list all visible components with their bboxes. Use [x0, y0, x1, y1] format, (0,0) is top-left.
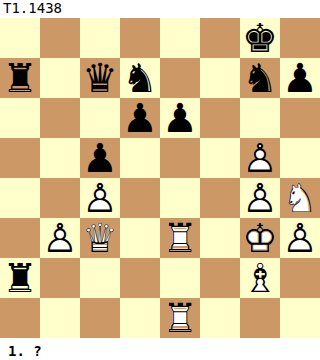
- square-b6[interactable]: [40, 98, 80, 138]
- square-b2[interactable]: [40, 258, 80, 298]
- white-piece-outline-glyph: ♙: [40, 218, 80, 258]
- black-piece-glyph: ♟: [120, 98, 160, 138]
- piece-black-pawn[interactable]: ♟: [160, 98, 200, 138]
- piece-white-rook[interactable]: ♜♖: [160, 298, 200, 338]
- square-a6[interactable]: [0, 98, 40, 138]
- white-piece-outline-glyph: ♙: [280, 218, 320, 258]
- square-c7[interactable]: ♛: [80, 58, 120, 98]
- square-h8[interactable]: [280, 18, 320, 58]
- square-f2[interactable]: [200, 258, 240, 298]
- square-d8[interactable]: [120, 18, 160, 58]
- black-piece-glyph: ♚: [240, 18, 280, 58]
- square-g3[interactable]: ♚♔: [240, 218, 280, 258]
- square-h4[interactable]: ♞♘: [280, 178, 320, 218]
- square-c5[interactable]: ♟: [80, 138, 120, 178]
- square-d2[interactable]: [120, 258, 160, 298]
- square-c1[interactable]: [80, 298, 120, 338]
- square-g8[interactable]: ♚: [240, 18, 280, 58]
- white-piece-outline-glyph: ♙: [80, 178, 120, 218]
- square-d5[interactable]: [120, 138, 160, 178]
- white-piece-outline-glyph: ♘: [280, 178, 320, 218]
- piece-black-pawn[interactable]: ♟: [80, 138, 120, 178]
- square-h7[interactable]: ♟: [280, 58, 320, 98]
- move-prompt: 1. ?: [0, 338, 320, 360]
- piece-black-queen[interactable]: ♛: [80, 58, 120, 98]
- square-a5[interactable]: [0, 138, 40, 178]
- piece-white-king[interactable]: ♚♔: [240, 218, 280, 258]
- square-a4[interactable]: [0, 178, 40, 218]
- square-g6[interactable]: [240, 98, 280, 138]
- square-d1[interactable]: [120, 298, 160, 338]
- square-g2[interactable]: ♝♗: [240, 258, 280, 298]
- square-f4[interactable]: [200, 178, 240, 218]
- square-h3[interactable]: ♟♙: [280, 218, 320, 258]
- square-f1[interactable]: [200, 298, 240, 338]
- white-piece-outline-glyph: ♙: [240, 178, 280, 218]
- piece-white-queen[interactable]: ♛♕: [80, 218, 120, 258]
- black-piece-glyph: ♞: [240, 58, 280, 98]
- square-e1[interactable]: ♜♖: [160, 298, 200, 338]
- square-f6[interactable]: [200, 98, 240, 138]
- piece-white-bishop[interactable]: ♝♗: [240, 258, 280, 298]
- square-e7[interactable]: [160, 58, 200, 98]
- square-g4[interactable]: ♟♙: [240, 178, 280, 218]
- square-d3[interactable]: [120, 218, 160, 258]
- square-c2[interactable]: [80, 258, 120, 298]
- piece-black-knight[interactable]: ♞: [240, 58, 280, 98]
- piece-white-rook[interactable]: ♜♖: [160, 218, 200, 258]
- square-h5[interactable]: [280, 138, 320, 178]
- piece-white-pawn[interactable]: ♟♙: [280, 218, 320, 258]
- square-b1[interactable]: [40, 298, 80, 338]
- square-e4[interactable]: [160, 178, 200, 218]
- square-a1[interactable]: [0, 298, 40, 338]
- square-b4[interactable]: [40, 178, 80, 218]
- square-b8[interactable]: [40, 18, 80, 58]
- square-c4[interactable]: ♟♙: [80, 178, 120, 218]
- square-h1[interactable]: [280, 298, 320, 338]
- white-piece-outline-glyph: ♖: [160, 298, 200, 338]
- square-b5[interactable]: [40, 138, 80, 178]
- square-f3[interactable]: [200, 218, 240, 258]
- square-b3[interactable]: ♟♙: [40, 218, 80, 258]
- square-e3[interactable]: ♜♖: [160, 218, 200, 258]
- square-g1[interactable]: [240, 298, 280, 338]
- piece-black-knight[interactable]: ♞: [120, 58, 160, 98]
- square-c8[interactable]: [80, 18, 120, 58]
- square-d7[interactable]: ♞: [120, 58, 160, 98]
- square-e8[interactable]: [160, 18, 200, 58]
- square-f5[interactable]: [200, 138, 240, 178]
- black-piece-glyph: ♛: [80, 58, 120, 98]
- chess-board: ♚♜♛♞♞♟♟♟♟♟♙♟♙♟♙♞♘♟♙♛♕♜♖♚♔♟♙♜♝♗♜♖: [0, 18, 320, 338]
- piece-black-rook[interactable]: ♜: [0, 58, 40, 98]
- black-piece-glyph: ♜: [0, 258, 40, 298]
- square-f7[interactable]: [200, 58, 240, 98]
- piece-black-pawn[interactable]: ♟: [120, 98, 160, 138]
- square-a8[interactable]: [0, 18, 40, 58]
- square-e2[interactable]: [160, 258, 200, 298]
- black-piece-glyph: ♞: [120, 58, 160, 98]
- black-piece-glyph: ♟: [280, 58, 320, 98]
- square-a3[interactable]: [0, 218, 40, 258]
- white-piece-outline-glyph: ♙: [240, 138, 280, 178]
- white-piece-outline-glyph: ♕: [80, 218, 120, 258]
- piece-white-knight[interactable]: ♞♘: [280, 178, 320, 218]
- square-g5[interactable]: ♟♙: [240, 138, 280, 178]
- white-piece-outline-glyph: ♔: [240, 218, 280, 258]
- piece-black-pawn[interactable]: ♟: [280, 58, 320, 98]
- piece-white-pawn[interactable]: ♟♙: [40, 218, 80, 258]
- square-c6[interactable]: [80, 98, 120, 138]
- square-d4[interactable]: [120, 178, 160, 218]
- square-a7[interactable]: ♜: [0, 58, 40, 98]
- square-c3[interactable]: ♛♕: [80, 218, 120, 258]
- white-piece-outline-glyph: ♗: [240, 258, 280, 298]
- black-piece-glyph: ♜: [0, 58, 40, 98]
- black-piece-glyph: ♟: [80, 138, 120, 178]
- square-b7[interactable]: [40, 58, 80, 98]
- square-e6[interactable]: ♟: [160, 98, 200, 138]
- black-piece-glyph: ♟: [160, 98, 200, 138]
- square-h6[interactable]: [280, 98, 320, 138]
- square-f8[interactable]: [200, 18, 240, 58]
- piece-black-king[interactable]: ♚: [240, 18, 280, 58]
- square-a2[interactable]: ♜: [0, 258, 40, 298]
- square-h2[interactable]: [280, 258, 320, 298]
- white-piece-outline-glyph: ♖: [160, 218, 200, 258]
- piece-white-pawn[interactable]: ♟♙: [240, 138, 280, 178]
- piece-black-rook[interactable]: ♜: [0, 258, 40, 298]
- piece-white-pawn[interactable]: ♟♙: [80, 178, 120, 218]
- square-g7[interactable]: ♞: [240, 58, 280, 98]
- square-e5[interactable]: [160, 138, 200, 178]
- piece-white-pawn[interactable]: ♟♙: [240, 178, 280, 218]
- square-d6[interactable]: ♟: [120, 98, 160, 138]
